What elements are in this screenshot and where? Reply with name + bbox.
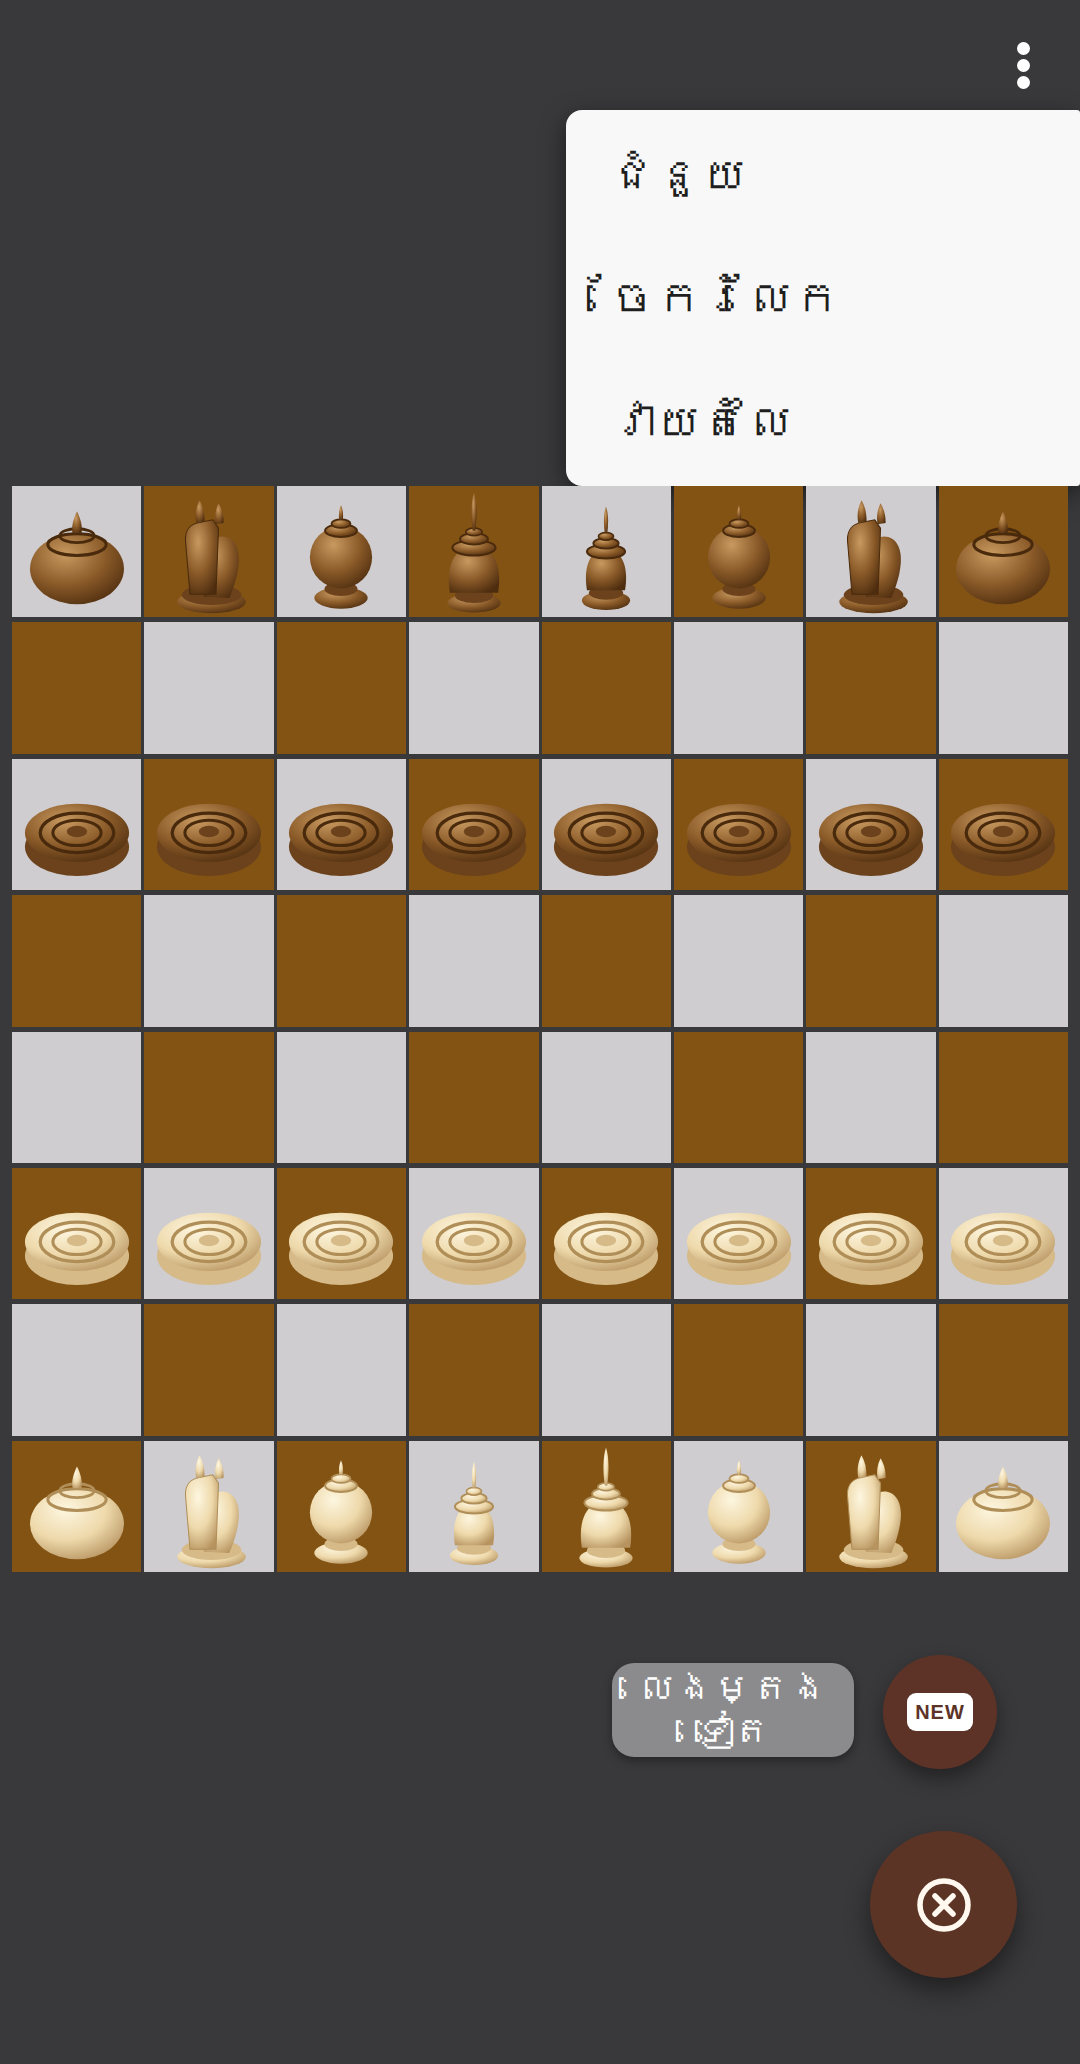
- piece-white-queen[interactable]: [410, 1445, 537, 1572]
- piece-black-pawn[interactable]: [278, 763, 405, 890]
- square-e5[interactable]: [542, 895, 671, 1026]
- square-c3[interactable]: [277, 1168, 406, 1299]
- piece-white-knight[interactable]: [807, 1445, 934, 1572]
- piece-black-knight[interactable]: [146, 490, 273, 617]
- piece-black-pawn[interactable]: [675, 763, 802, 890]
- square-f1[interactable]: [674, 1441, 803, 1572]
- square-e7[interactable]: [542, 622, 671, 753]
- square-b6[interactable]: [144, 759, 273, 890]
- square-c1[interactable]: [277, 1441, 406, 1572]
- square-e4[interactable]: [542, 1032, 671, 1163]
- square-d3[interactable]: [409, 1168, 538, 1299]
- square-d1[interactable]: [409, 1441, 538, 1572]
- piece-white-bishop[interactable]: [675, 1445, 802, 1572]
- square-f6[interactable]: [674, 759, 803, 890]
- square-e2[interactable]: [542, 1304, 671, 1435]
- square-b7[interactable]: [144, 622, 273, 753]
- piece-white-pawn[interactable]: [278, 1172, 405, 1299]
- piece-white-pawn[interactable]: [410, 1172, 537, 1299]
- overflow-menu-button[interactable]: [1000, 30, 1046, 100]
- app-screen: ជំនួយចែករំលែកវាយតំលៃ លេងម្តងទៀត NEW: [0, 0, 1080, 2064]
- square-h8[interactable]: [939, 486, 1068, 617]
- square-a2[interactable]: [12, 1304, 141, 1435]
- square-c7[interactable]: [277, 622, 406, 753]
- square-d5[interactable]: [409, 895, 538, 1026]
- square-g8[interactable]: [806, 486, 935, 617]
- square-h5[interactable]: [939, 895, 1068, 1026]
- square-g3[interactable]: [806, 1168, 935, 1299]
- piece-black-king[interactable]: [410, 490, 537, 617]
- square-c6[interactable]: [277, 759, 406, 890]
- close-fab[interactable]: [870, 1831, 1017, 1978]
- square-e8[interactable]: [542, 486, 671, 617]
- piece-white-knight[interactable]: [146, 1445, 273, 1572]
- piece-white-pawn[interactable]: [543, 1172, 670, 1299]
- square-d7[interactable]: [409, 622, 538, 753]
- square-h4[interactable]: [939, 1032, 1068, 1163]
- piece-black-pawn[interactable]: [940, 763, 1067, 890]
- play-again-button[interactable]: លេងម្តងទៀត: [612, 1663, 854, 1757]
- piece-black-queen[interactable]: [543, 490, 670, 617]
- menu-item-help[interactable]: ជំនួយ: [566, 116, 1080, 234]
- square-b8[interactable]: [144, 486, 273, 617]
- new-badge-icon: NEW: [907, 1693, 973, 1731]
- square-a5[interactable]: [12, 895, 141, 1026]
- square-d8[interactable]: [409, 486, 538, 617]
- square-h2[interactable]: [939, 1304, 1068, 1435]
- square-f4[interactable]: [674, 1032, 803, 1163]
- menu-item-rate[interactable]: វាយតំលៃ: [566, 363, 1080, 481]
- square-g2[interactable]: [806, 1304, 935, 1435]
- piece-black-bishop[interactable]: [278, 490, 405, 617]
- close-icon: [913, 1874, 975, 1936]
- square-a8[interactable]: [12, 486, 141, 617]
- piece-white-pawn[interactable]: [940, 1172, 1067, 1299]
- square-a3[interactable]: [12, 1168, 141, 1299]
- square-b3[interactable]: [144, 1168, 273, 1299]
- piece-black-pawn[interactable]: [146, 763, 273, 890]
- square-b4[interactable]: [144, 1032, 273, 1163]
- piece-black-pawn[interactable]: [807, 763, 934, 890]
- piece-black-pawn[interactable]: [410, 763, 537, 890]
- piece-black-pawn[interactable]: [13, 763, 140, 890]
- square-e6[interactable]: [542, 759, 671, 890]
- piece-black-knight[interactable]: [807, 490, 934, 617]
- piece-black-rook[interactable]: [13, 490, 140, 617]
- piece-white-pawn[interactable]: [146, 1172, 273, 1299]
- square-a6[interactable]: [12, 759, 141, 890]
- piece-white-rook[interactable]: [940, 1445, 1067, 1572]
- square-c2[interactable]: [277, 1304, 406, 1435]
- piece-white-bishop[interactable]: [278, 1445, 405, 1572]
- square-c5[interactable]: [277, 895, 406, 1026]
- square-a1[interactable]: [12, 1441, 141, 1572]
- piece-white-king[interactable]: [543, 1445, 670, 1572]
- square-b1[interactable]: [144, 1441, 273, 1572]
- ellipsis-dot: [1017, 59, 1030, 72]
- square-d6[interactable]: [409, 759, 538, 890]
- square-d4[interactable]: [409, 1032, 538, 1163]
- square-a7[interactable]: [12, 622, 141, 753]
- dropdown-menu: ជំនួយចែករំលែកវាយតំលៃ: [566, 110, 1080, 486]
- square-f7[interactable]: [674, 622, 803, 753]
- piece-black-rook[interactable]: [940, 490, 1067, 617]
- square-a4[interactable]: [12, 1032, 141, 1163]
- new-game-fab[interactable]: NEW: [883, 1655, 997, 1769]
- ellipsis-dot: [1017, 76, 1030, 89]
- square-f8[interactable]: [674, 486, 803, 617]
- square-c8[interactable]: [277, 486, 406, 617]
- square-b5[interactable]: [144, 895, 273, 1026]
- square-f3[interactable]: [674, 1168, 803, 1299]
- square-e1[interactable]: [542, 1441, 671, 1572]
- ellipsis-dot: [1017, 42, 1030, 55]
- square-c4[interactable]: [277, 1032, 406, 1163]
- piece-white-pawn[interactable]: [807, 1172, 934, 1299]
- piece-black-pawn[interactable]: [543, 763, 670, 890]
- square-g7[interactable]: [806, 622, 935, 753]
- square-d2[interactable]: [409, 1304, 538, 1435]
- piece-black-bishop[interactable]: [675, 490, 802, 617]
- square-g6[interactable]: [806, 759, 935, 890]
- square-g4[interactable]: [806, 1032, 935, 1163]
- square-h1[interactable]: [939, 1441, 1068, 1572]
- square-f5[interactable]: [674, 895, 803, 1026]
- menu-item-share[interactable]: ចែករំលែក: [566, 239, 1080, 357]
- piece-white-pawn[interactable]: [13, 1172, 140, 1299]
- square-g1[interactable]: [806, 1441, 935, 1572]
- piece-white-pawn[interactable]: [675, 1172, 802, 1299]
- square-f2[interactable]: [674, 1304, 803, 1435]
- square-h7[interactable]: [939, 622, 1068, 753]
- square-g5[interactable]: [806, 895, 935, 1026]
- square-h6[interactable]: [939, 759, 1068, 890]
- square-h3[interactable]: [939, 1168, 1068, 1299]
- square-b2[interactable]: [144, 1304, 273, 1435]
- piece-white-rook[interactable]: [13, 1445, 140, 1572]
- board: [12, 486, 1068, 1572]
- square-e3[interactable]: [542, 1168, 671, 1299]
